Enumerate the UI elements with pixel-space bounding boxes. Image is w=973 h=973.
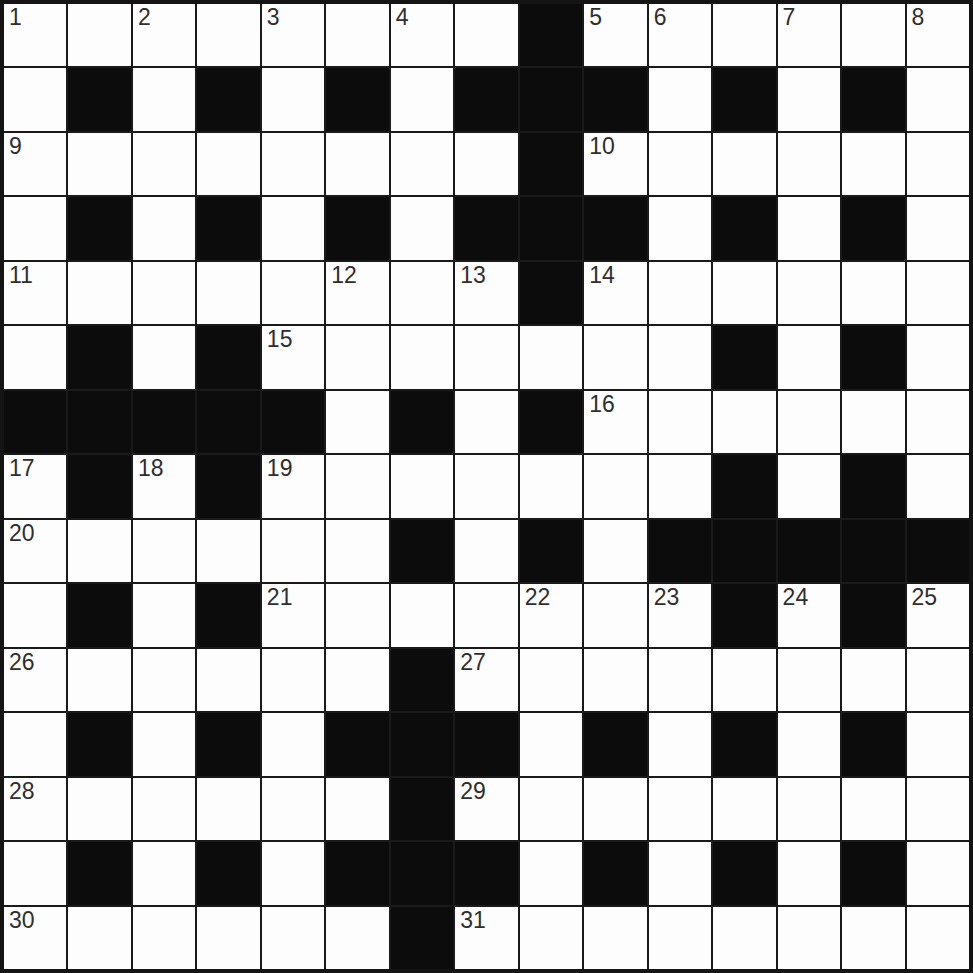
cell-r11c9[interactable] (520, 649, 582, 711)
cell-r6c13[interactable] (778, 326, 840, 388)
clue-number-1: 1 (9, 5, 22, 29)
crossword-grid: 1234567891011121314151617181920212223242… (0, 0, 973, 973)
cell-r15c10[interactable] (584, 907, 646, 969)
cell-r11c13[interactable] (778, 649, 840, 711)
cell-r13c9[interactable] (520, 778, 582, 840)
cell-r12c4 (197, 713, 259, 775)
cell-r14c15[interactable] (907, 842, 969, 904)
clue-number-8: 8 (912, 5, 925, 29)
cell-r5c6[interactable]: 12 (326, 262, 388, 324)
cell-r10c12 (713, 584, 775, 646)
cell-r9c3[interactable] (133, 520, 195, 582)
cell-r6c9[interactable] (520, 326, 582, 388)
cell-r15c13[interactable] (778, 907, 840, 969)
cell-r9c8[interactable] (455, 520, 517, 582)
cell-r8c2 (68, 455, 130, 517)
cell-r5c12[interactable] (713, 262, 775, 324)
cell-r5c15[interactable] (907, 262, 969, 324)
cell-r6c15[interactable] (907, 326, 969, 388)
clue-number-30: 30 (9, 908, 35, 932)
cell-r4c14 (842, 197, 904, 259)
cell-r6c3[interactable] (133, 326, 195, 388)
cell-r4c13[interactable] (778, 197, 840, 259)
cell-r4c1[interactable] (4, 197, 66, 259)
clue-number-11: 11 (9, 263, 33, 287)
cell-r14c2 (68, 842, 130, 904)
cell-r12c9[interactable] (520, 713, 582, 775)
cell-r7c12[interactable] (713, 391, 775, 453)
cell-r2c10 (584, 68, 646, 130)
cell-r9c14 (842, 520, 904, 582)
cell-r11c11[interactable] (649, 649, 711, 711)
cell-r6c7[interactable] (391, 326, 453, 388)
cell-r8c6[interactable] (326, 455, 388, 517)
cell-r1c11[interactable]: 6 (649, 4, 711, 66)
cell-r3c9 (520, 133, 582, 195)
cell-r15c11[interactable] (649, 907, 711, 969)
cell-r15c8[interactable]: 31 (455, 907, 517, 969)
cell-r15c14[interactable] (842, 907, 904, 969)
cell-r1c4[interactable] (197, 4, 259, 66)
cell-r3c5[interactable] (262, 133, 324, 195)
cell-r1c14[interactable] (842, 4, 904, 66)
cell-r13c8[interactable]: 29 (455, 778, 517, 840)
clue-number-26: 26 (9, 650, 35, 674)
cell-r9c13 (778, 520, 840, 582)
cell-r8c11[interactable] (649, 455, 711, 517)
cell-r9c2[interactable] (68, 520, 130, 582)
cell-r6c14 (842, 326, 904, 388)
cell-r2c3[interactable] (133, 68, 195, 130)
cell-r14c8 (455, 842, 517, 904)
cell-r8c10[interactable] (584, 455, 646, 517)
cell-r12c5[interactable] (262, 713, 324, 775)
cell-r11c7 (391, 649, 453, 711)
cell-r3c15[interactable] (907, 133, 969, 195)
cell-r3c14[interactable] (842, 133, 904, 195)
cell-r10c15[interactable]: 25 (907, 584, 969, 646)
cell-r13c3[interactable] (133, 778, 195, 840)
cell-r12c11[interactable] (649, 713, 711, 775)
cell-r5c2[interactable] (68, 262, 130, 324)
cell-r8c8[interactable] (455, 455, 517, 517)
cell-r7c6[interactable] (326, 391, 388, 453)
cell-r9c11 (649, 520, 711, 582)
cell-r12c14 (842, 713, 904, 775)
cell-r8c5[interactable]: 19 (262, 455, 324, 517)
cell-r15c6[interactable] (326, 907, 388, 969)
cell-r10c3[interactable] (133, 584, 195, 646)
clue-number-27: 27 (460, 650, 486, 674)
cell-r5c4[interactable] (197, 262, 259, 324)
cell-r4c4 (197, 197, 259, 259)
cell-r2c5[interactable] (262, 68, 324, 130)
cell-r3c4[interactable] (197, 133, 259, 195)
clue-number-25: 25 (912, 585, 938, 609)
cell-r5c5[interactable] (262, 262, 324, 324)
cell-r12c12 (713, 713, 775, 775)
cell-r11c14[interactable] (842, 649, 904, 711)
cell-r8c9[interactable] (520, 455, 582, 517)
clue-number-24: 24 (783, 585, 809, 609)
cell-r10c5[interactable]: 21 (262, 584, 324, 646)
cell-r12c13[interactable] (778, 713, 840, 775)
clue-number-14: 14 (589, 263, 615, 287)
cell-r12c10 (584, 713, 646, 775)
cell-r6c8[interactable] (455, 326, 517, 388)
cell-r1c7[interactable]: 4 (391, 4, 453, 66)
cell-r5c1[interactable]: 11 (4, 262, 66, 324)
cell-r4c7[interactable] (391, 197, 453, 259)
cell-r13c5[interactable] (262, 778, 324, 840)
clue-number-29: 29 (460, 779, 486, 803)
cell-r1c8[interactable] (455, 4, 517, 66)
cell-r5c3[interactable] (133, 262, 195, 324)
cell-r13c14[interactable] (842, 778, 904, 840)
cell-r11c8[interactable]: 27 (455, 649, 517, 711)
cell-r5c7[interactable] (391, 262, 453, 324)
cell-r5c14[interactable] (842, 262, 904, 324)
cell-r7c10[interactable]: 16 (584, 391, 646, 453)
clue-number-2: 2 (138, 5, 151, 29)
cell-r10c2 (68, 584, 130, 646)
cell-r10c1[interactable] (4, 584, 66, 646)
cell-r15c12[interactable] (713, 907, 775, 969)
cell-r6c1[interactable] (4, 326, 66, 388)
cell-r13c4[interactable] (197, 778, 259, 840)
cell-r11c12[interactable] (713, 649, 775, 711)
cell-r13c13[interactable] (778, 778, 840, 840)
cell-r11c3[interactable] (133, 649, 195, 711)
cell-r13c7 (391, 778, 453, 840)
cell-r1c1[interactable]: 1 (4, 4, 66, 66)
cell-r6c12 (713, 326, 775, 388)
cell-r7c14[interactable] (842, 391, 904, 453)
cell-r4c15[interactable] (907, 197, 969, 259)
cell-r1c3[interactable]: 2 (133, 4, 195, 66)
cell-r11c5[interactable] (262, 649, 324, 711)
cell-r12c1[interactable] (4, 713, 66, 775)
clue-number-3: 3 (267, 5, 280, 29)
cell-r3c3[interactable] (133, 133, 195, 195)
cell-r7c11[interactable] (649, 391, 711, 453)
cell-r14c13[interactable] (778, 842, 840, 904)
clue-number-4: 4 (396, 5, 409, 29)
clue-number-16: 16 (589, 392, 615, 416)
cell-r9c12 (713, 520, 775, 582)
clue-number-22: 22 (525, 585, 551, 609)
cell-r14c3[interactable] (133, 842, 195, 904)
cell-r9c4[interactable] (197, 520, 259, 582)
cell-r4c5[interactable] (262, 197, 324, 259)
cell-r9c6[interactable] (326, 520, 388, 582)
clue-number-10: 10 (589, 134, 615, 158)
cell-r5c13[interactable] (778, 262, 840, 324)
cell-r8c4 (197, 455, 259, 517)
clue-number-13: 13 (460, 263, 486, 287)
cell-r13c1[interactable]: 28 (4, 778, 66, 840)
clue-number-12: 12 (331, 263, 357, 287)
cell-r9c15 (907, 520, 969, 582)
cell-r2c1[interactable] (4, 68, 66, 130)
cell-r3c8[interactable] (455, 133, 517, 195)
cell-r3c6[interactable] (326, 133, 388, 195)
cell-r1c9 (520, 4, 582, 66)
clue-number-31: 31 (460, 908, 486, 932)
cell-r14c5[interactable] (262, 842, 324, 904)
clue-number-15: 15 (267, 327, 293, 351)
cell-r14c14 (842, 842, 904, 904)
cell-r8c15[interactable] (907, 455, 969, 517)
cell-r13c11[interactable] (649, 778, 711, 840)
cell-r12c6 (326, 713, 388, 775)
cell-r14c11[interactable] (649, 842, 711, 904)
cell-r15c5[interactable] (262, 907, 324, 969)
cell-r3c12[interactable] (713, 133, 775, 195)
cell-r7c5 (262, 391, 324, 453)
cell-r10c11[interactable]: 23 (649, 584, 711, 646)
cell-r8c7[interactable] (391, 455, 453, 517)
cell-r2c4 (197, 68, 259, 130)
cell-r6c2 (68, 326, 130, 388)
cell-r5c11[interactable] (649, 262, 711, 324)
cell-r10c4 (197, 584, 259, 646)
cell-r11c1[interactable]: 26 (4, 649, 66, 711)
cell-r12c3[interactable] (133, 713, 195, 775)
cell-r8c1[interactable]: 17 (4, 455, 66, 517)
cell-r7c15[interactable] (907, 391, 969, 453)
cell-r2c2 (68, 68, 130, 130)
cell-r9c10[interactable] (584, 520, 646, 582)
cell-r11c6[interactable] (326, 649, 388, 711)
cell-r7c4 (197, 391, 259, 453)
cell-r1c6[interactable] (326, 4, 388, 66)
clue-number-19: 19 (267, 456, 293, 480)
cell-r9c7 (391, 520, 453, 582)
cell-r15c2[interactable] (68, 907, 130, 969)
clue-number-5: 5 (589, 5, 602, 29)
cell-r7c1 (4, 391, 66, 453)
cell-r4c6 (326, 197, 388, 259)
cell-r12c7 (391, 713, 453, 775)
cell-r14c12 (713, 842, 775, 904)
cell-r14c10 (584, 842, 646, 904)
cell-r13c12[interactable] (713, 778, 775, 840)
cell-r10c6[interactable] (326, 584, 388, 646)
cell-r4c11[interactable] (649, 197, 711, 259)
cell-r5c10[interactable]: 14 (584, 262, 646, 324)
cell-r7c8[interactable] (455, 391, 517, 453)
cell-r2c13[interactable] (778, 68, 840, 130)
cell-r6c11[interactable] (649, 326, 711, 388)
cell-r13c10[interactable] (584, 778, 646, 840)
cell-r11c2[interactable] (68, 649, 130, 711)
clue-number-7: 7 (783, 5, 796, 29)
cell-r10c7[interactable] (391, 584, 453, 646)
cell-r9c1[interactable]: 20 (4, 520, 66, 582)
cell-r13c2[interactable] (68, 778, 130, 840)
clue-number-28: 28 (9, 779, 35, 803)
clue-number-18: 18 (138, 456, 164, 480)
cell-r4c10 (584, 197, 646, 259)
cell-r12c2 (68, 713, 130, 775)
cell-r8c12 (713, 455, 775, 517)
cell-r2c9 (520, 68, 582, 130)
cell-r1c10[interactable]: 5 (584, 4, 646, 66)
clue-number-9: 9 (9, 134, 22, 158)
cell-r9c9 (520, 520, 582, 582)
cell-r7c3 (133, 391, 195, 453)
cell-r4c9 (520, 197, 582, 259)
cell-r15c9[interactable] (520, 907, 582, 969)
cell-r15c15[interactable] (907, 907, 969, 969)
cell-r2c7[interactable] (391, 68, 453, 130)
cell-r8c3[interactable]: 18 (133, 455, 195, 517)
cell-r2c15[interactable] (907, 68, 969, 130)
cell-r8c14 (842, 455, 904, 517)
cell-r6c4 (197, 326, 259, 388)
cell-r2c12 (713, 68, 775, 130)
cell-r10c9[interactable]: 22 (520, 584, 582, 646)
cell-r10c8[interactable] (455, 584, 517, 646)
cell-r11c4[interactable] (197, 649, 259, 711)
cell-r10c13[interactable]: 24 (778, 584, 840, 646)
clue-number-17: 17 (9, 456, 35, 480)
cell-r15c4[interactable] (197, 907, 259, 969)
cell-r3c7[interactable] (391, 133, 453, 195)
clue-number-20: 20 (9, 521, 35, 545)
cell-r2c14 (842, 68, 904, 130)
cell-r4c2 (68, 197, 130, 259)
cell-r13c15[interactable] (907, 778, 969, 840)
cell-r11c15[interactable] (907, 649, 969, 711)
cell-r1c15[interactable]: 8 (907, 4, 969, 66)
cell-r3c2[interactable] (68, 133, 130, 195)
cell-r2c6 (326, 68, 388, 130)
cell-r14c9[interactable] (520, 842, 582, 904)
cell-r14c6 (326, 842, 388, 904)
cell-r1c5[interactable]: 3 (262, 4, 324, 66)
clue-number-6: 6 (654, 5, 667, 29)
cell-r6c10[interactable] (584, 326, 646, 388)
cell-r7c7 (391, 391, 453, 453)
cell-r2c11[interactable] (649, 68, 711, 130)
cell-r3c13[interactable] (778, 133, 840, 195)
cell-r7c9 (520, 391, 582, 453)
cell-r7c2 (68, 391, 130, 453)
cell-r15c7 (391, 907, 453, 969)
cell-r8c13[interactable] (778, 455, 840, 517)
cell-r6c6[interactable] (326, 326, 388, 388)
cell-r13c6[interactable] (326, 778, 388, 840)
cell-r3c10[interactable]: 10 (584, 133, 646, 195)
cell-r12c8 (455, 713, 517, 775)
cell-r4c3[interactable] (133, 197, 195, 259)
clue-number-21: 21 (267, 585, 293, 609)
cell-r6c5[interactable]: 15 (262, 326, 324, 388)
cell-r5c8[interactable]: 13 (455, 262, 517, 324)
cell-r14c1[interactable] (4, 842, 66, 904)
cell-r5c9 (520, 262, 582, 324)
cell-r15c1[interactable]: 30 (4, 907, 66, 969)
cell-r12c15[interactable] (907, 713, 969, 775)
clue-number-23: 23 (654, 585, 680, 609)
cell-r1c12[interactable] (713, 4, 775, 66)
cell-r2c8 (455, 68, 517, 130)
cell-r14c7 (391, 842, 453, 904)
cell-r11c10[interactable] (584, 649, 646, 711)
cell-r1c2[interactable] (68, 4, 130, 66)
cell-r10c14 (842, 584, 904, 646)
cell-r7c13[interactable] (778, 391, 840, 453)
cell-r4c12 (713, 197, 775, 259)
cell-r9c5[interactable] (262, 520, 324, 582)
cell-r14c4 (197, 842, 259, 904)
cell-r3c1[interactable]: 9 (4, 133, 66, 195)
cell-r4c8 (455, 197, 517, 259)
cell-r10c10[interactable] (584, 584, 646, 646)
cell-r1c13[interactable]: 7 (778, 4, 840, 66)
cell-r3c11[interactable] (649, 133, 711, 195)
cell-r15c3[interactable] (133, 907, 195, 969)
